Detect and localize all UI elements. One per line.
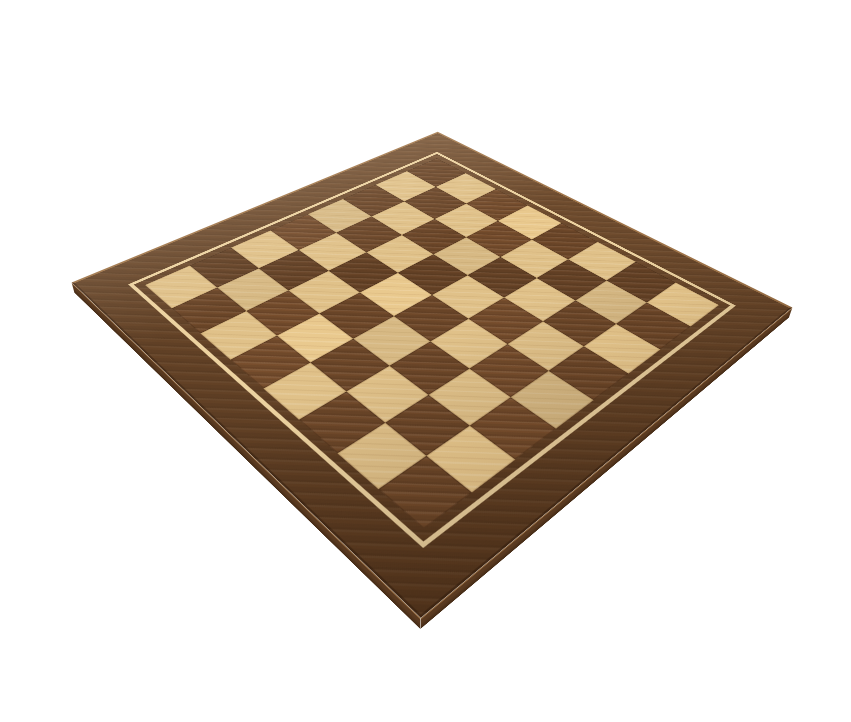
square-r3c7 xyxy=(549,347,629,401)
square-r4c7 xyxy=(511,371,594,429)
square-r2c7 xyxy=(584,324,661,374)
square-r4c5 xyxy=(430,319,507,369)
square-r5c5 xyxy=(390,341,470,394)
board-field xyxy=(145,158,719,529)
square-r5c6 xyxy=(429,368,512,425)
square-r5c4 xyxy=(354,316,431,365)
square-r6c5 xyxy=(346,365,429,422)
square-r6c7 xyxy=(426,426,515,493)
board-top-face xyxy=(72,132,793,618)
square-r7c1 xyxy=(172,287,246,333)
square-r6c2 xyxy=(246,290,320,336)
chess-board xyxy=(72,132,793,618)
square-r3c5 xyxy=(468,298,542,344)
square-r7c7 xyxy=(379,456,472,529)
square-r4c4 xyxy=(394,295,468,341)
square-r3c6 xyxy=(507,321,584,371)
square-r5c7 xyxy=(470,397,556,459)
square-r7c2 xyxy=(200,311,277,360)
square-r7c6 xyxy=(337,423,426,490)
square-r1c7 xyxy=(617,303,691,350)
square-r6c4 xyxy=(310,339,390,392)
square-r6c6 xyxy=(385,394,471,456)
square-r6c3 xyxy=(277,313,354,362)
square-r7c4 xyxy=(263,363,346,420)
square-r7c5 xyxy=(299,391,385,453)
product-photo-scene xyxy=(0,0,851,722)
square-r5c3 xyxy=(320,292,394,338)
square-r2c6 xyxy=(542,300,616,347)
square-r7c3 xyxy=(231,336,311,389)
square-r4c6 xyxy=(469,344,549,397)
